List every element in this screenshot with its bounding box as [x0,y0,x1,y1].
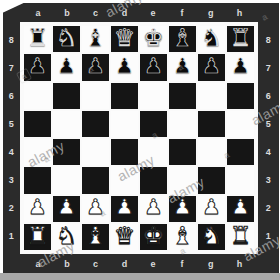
white-pawn-e2[interactable]: ♟ [144,197,163,218]
square-c4[interactable] [82,139,109,165]
black-pawn-a7[interactable]: ♟ [28,56,47,77]
black-rook-a8[interactable]: ♜ [27,26,49,50]
rank-label-left-2: 2 [3,194,20,222]
black-queen-d8[interactable]: ♛ [114,26,136,50]
white-pawn-f2[interactable]: ♟ [173,197,192,218]
square-c6[interactable] [82,83,109,109]
square-g2[interactable]: ♟ [198,196,225,222]
black-pawn-b7[interactable]: ♟ [57,56,76,77]
square-e7[interactable]: ♟ [140,54,167,80]
rank-label-right-8: 8 [258,26,279,54]
square-h5[interactable] [227,111,254,137]
photo-corner-wedge [0,0,30,14]
square-e1[interactable]: ♚ [140,224,167,250]
chess-grid: ♜♞♝♛♚♝♞♜♟♟♟♟♟♟♟♟♟♟♟♟♟♟♟♟♜♞♝♛♚♝♞♜ [24,26,254,250]
square-c2[interactable]: ♟ [82,196,109,222]
square-b3[interactable] [53,167,80,193]
white-knight-g1[interactable]: ♞ [201,224,223,248]
square-g7[interactable]: ♟ [198,54,225,80]
file-labels-bottom: abcdefgh [24,254,254,273]
square-g1[interactable]: ♞ [198,224,225,250]
file-label-bottom-h: h [225,254,254,273]
square-c7[interactable]: ♟ [82,54,109,80]
rank-label-left-7: 7 [3,54,20,82]
square-e2[interactable]: ♟ [140,196,167,222]
chessboard-photo: ♜♞♝♛♚♝♞♜♟♟♟♟♟♟♟♟♟♟♟♟♟♟♟♟♜♞♝♛♚♝♞♜ abcdefg… [0,0,280,280]
rank-label-right-2: 2 [258,194,279,222]
square-a3[interactable] [24,167,51,193]
file-labels-top: abcdefgh [24,3,254,22]
file-label-top-d: d [110,3,139,22]
white-bishop-f1[interactable]: ♝ [172,224,194,248]
black-pawn-e7[interactable]: ♟ [144,56,163,77]
file-label-bottom-e: e [139,254,168,273]
black-pawn-h7[interactable]: ♟ [231,56,250,77]
black-rook-h8[interactable]: ♜ [230,26,252,50]
square-a4[interactable] [24,139,51,165]
square-g6[interactable] [198,83,225,109]
square-b2[interactable]: ♟ [53,196,80,222]
white-pawn-a2[interactable]: ♟ [28,197,47,218]
square-g3[interactable] [198,167,225,193]
white-rook-h1[interactable]: ♜ [230,224,252,248]
rank-label-left-4: 4 [3,138,20,166]
black-pawn-d7[interactable]: ♟ [115,56,134,77]
square-h6[interactable] [227,83,254,109]
square-d1[interactable]: ♛ [111,224,138,250]
file-label-top-g: g [197,3,226,22]
square-b7[interactable]: ♟ [53,54,80,80]
square-h1[interactable]: ♜ [227,224,254,250]
square-g5[interactable] [198,111,225,137]
square-b5[interactable] [53,111,80,137]
square-a7[interactable]: ♟ [24,54,51,80]
square-a6[interactable] [24,83,51,109]
black-bishop-c8[interactable]: ♝ [85,26,107,50]
file-label-bottom-f: f [168,254,197,273]
square-h8[interactable]: ♜ [227,26,254,52]
square-e8[interactable]: ♚ [140,26,167,52]
square-h4[interactable] [227,139,254,165]
square-d5[interactable] [111,111,138,137]
file-label-top-f: f [168,3,197,22]
rank-label-right-3: 3 [258,166,279,194]
white-queen-d1[interactable]: ♛ [114,224,136,248]
square-f5[interactable] [169,111,196,137]
square-f3[interactable] [169,167,196,193]
square-d3[interactable] [111,167,138,193]
file-label-bottom-d: d [110,254,139,273]
rank-labels-right: 87654321 [258,26,279,250]
white-bishop-c1[interactable]: ♝ [85,224,107,248]
black-pawn-c7[interactable]: ♟ [86,56,105,77]
square-c1[interactable]: ♝ [82,224,109,250]
square-b8[interactable]: ♞ [53,26,80,52]
rank-label-left-5: 5 [3,110,20,138]
file-label-top-e: e [139,3,168,22]
square-f7[interactable]: ♟ [169,54,196,80]
square-c3[interactable] [82,167,109,193]
rank-label-right-6: 6 [258,82,279,110]
square-h3[interactable] [227,167,254,193]
square-e4[interactable] [140,139,167,165]
rank-label-left-3: 3 [3,166,20,194]
square-d6[interactable] [111,83,138,109]
file-label-top-c: c [82,3,111,22]
file-label-bottom-a: a [24,254,53,273]
file-label-bottom-g: g [197,254,226,273]
square-d4[interactable] [111,139,138,165]
square-g8[interactable]: ♞ [198,26,225,52]
rank-label-left-8: 8 [3,26,20,54]
white-pawn-d2[interactable]: ♟ [115,197,134,218]
rank-label-right-1: 1 [258,222,279,250]
file-label-bottom-b: b [53,254,82,273]
rank-labels-left: 87654321 [3,26,20,250]
square-g4[interactable] [198,139,225,165]
rank-label-right-4: 4 [258,138,279,166]
black-pawn-f7[interactable]: ♟ [173,56,192,77]
square-d2[interactable]: ♟ [111,196,138,222]
square-a1[interactable]: ♜ [24,224,51,250]
white-pawn-h2[interactable]: ♟ [231,197,250,218]
square-f4[interactable] [169,139,196,165]
white-pawn-c2[interactable]: ♟ [86,197,105,218]
photo-bottom-edge [0,273,280,280]
square-e5[interactable] [140,111,167,137]
square-b1[interactable]: ♞ [53,224,80,250]
square-c5[interactable] [82,111,109,137]
square-a8[interactable]: ♜ [24,26,51,52]
file-label-top-b: b [53,3,82,22]
white-pawn-b2[interactable]: ♟ [57,197,76,218]
white-rook-a1[interactable]: ♜ [27,224,49,248]
square-f8[interactable]: ♝ [169,26,196,52]
black-knight-b8[interactable]: ♞ [56,26,78,50]
square-b6[interactable] [53,83,80,109]
square-a5[interactable] [24,111,51,137]
square-f6[interactable] [169,83,196,109]
square-f2[interactable]: ♟ [169,196,196,222]
black-knight-g8[interactable]: ♞ [201,26,223,50]
square-f1[interactable]: ♝ [169,224,196,250]
square-e6[interactable] [140,83,167,109]
white-knight-b1[interactable]: ♞ [56,224,78,248]
black-pawn-g7[interactable]: ♟ [202,56,221,77]
black-bishop-f8[interactable]: ♝ [172,26,194,50]
black-king-e8[interactable]: ♚ [143,26,165,50]
square-b4[interactable] [53,139,80,165]
rank-label-right-7: 7 [258,54,279,82]
white-pawn-g2[interactable]: ♟ [202,197,221,218]
square-h2[interactable]: ♟ [227,196,254,222]
square-d8[interactable]: ♛ [111,26,138,52]
file-label-bottom-c: c [82,254,111,273]
square-a2[interactable]: ♟ [24,196,51,222]
square-c8[interactable]: ♝ [82,26,109,52]
square-h7[interactable]: ♟ [227,54,254,80]
rank-label-left-6: 6 [3,82,20,110]
file-label-top-h: h [225,3,254,22]
square-d7[interactable]: ♟ [111,54,138,80]
square-e3[interactable] [140,167,167,193]
white-king-e1[interactable]: ♚ [143,224,165,248]
rank-label-right-5: 5 [258,110,279,138]
rank-label-left-1: 1 [3,222,20,250]
